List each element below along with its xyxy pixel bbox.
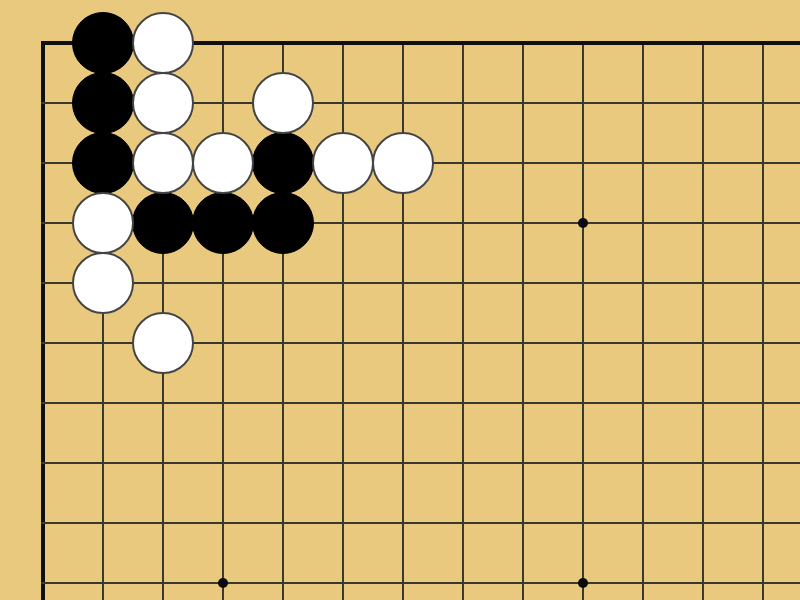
white-stone — [192, 132, 254, 194]
grid-line-vertical — [702, 41, 704, 600]
white-stone — [312, 132, 374, 194]
grid-line-vertical — [222, 41, 224, 600]
black-stone — [72, 132, 134, 194]
white-stone — [132, 12, 194, 74]
white-stone — [72, 252, 134, 314]
grid-line-horizontal — [41, 282, 800, 284]
grid-line-horizontal — [41, 402, 800, 404]
black-stone — [72, 72, 134, 134]
white-stone — [372, 132, 434, 194]
black-stone — [72, 12, 134, 74]
grid-line-vertical — [342, 41, 344, 600]
black-stone — [192, 192, 254, 254]
grid-line-horizontal — [41, 582, 800, 584]
grid-line-vertical — [642, 41, 644, 600]
board-left-edge-line — [41, 41, 45, 600]
star-point — [578, 218, 588, 228]
star-point — [578, 578, 588, 588]
white-stone — [132, 312, 194, 374]
grid-line-vertical — [762, 41, 764, 600]
black-stone — [132, 192, 194, 254]
white-stone — [252, 72, 314, 134]
grid-line-horizontal — [41, 522, 800, 524]
white-stone — [132, 132, 194, 194]
grid-line-vertical — [522, 41, 524, 600]
grid-line-vertical — [582, 41, 584, 600]
go-board[interactable] — [0, 0, 800, 600]
black-stone — [252, 192, 314, 254]
star-point — [218, 578, 228, 588]
black-stone — [252, 132, 314, 194]
grid-line-vertical — [462, 41, 464, 600]
grid-line-vertical — [402, 41, 404, 600]
white-stone — [72, 192, 134, 254]
screenshot-stage — [0, 0, 800, 600]
grid-line-horizontal — [41, 462, 800, 464]
white-stone — [132, 72, 194, 134]
